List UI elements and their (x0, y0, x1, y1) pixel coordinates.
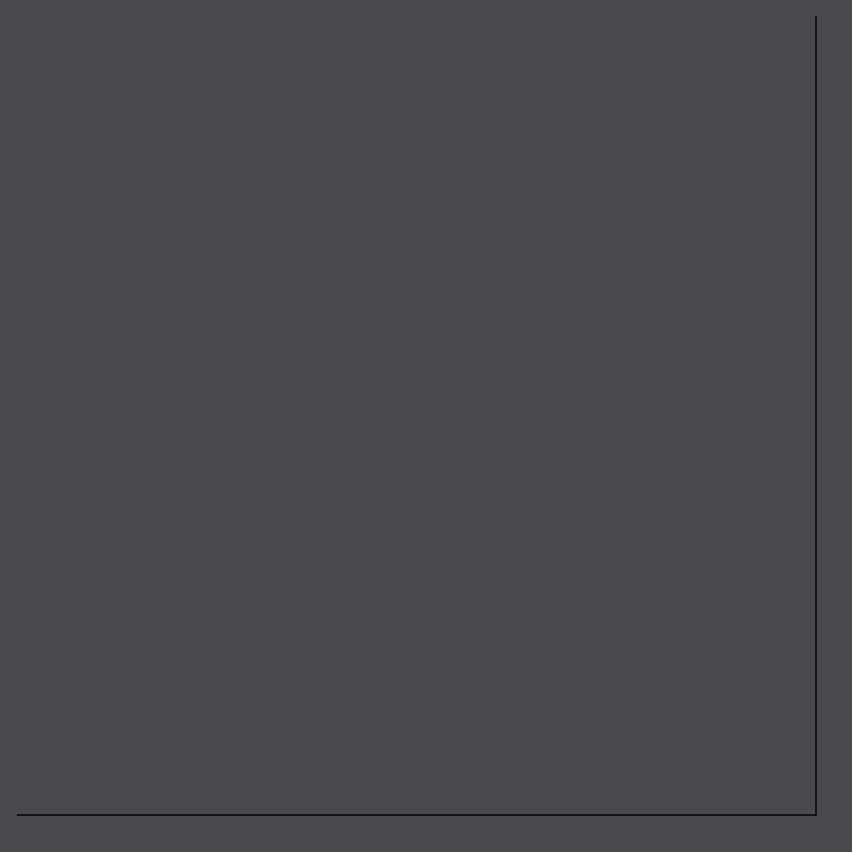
chess-board (17, 16, 817, 816)
chess-board-window (0, 0, 852, 852)
